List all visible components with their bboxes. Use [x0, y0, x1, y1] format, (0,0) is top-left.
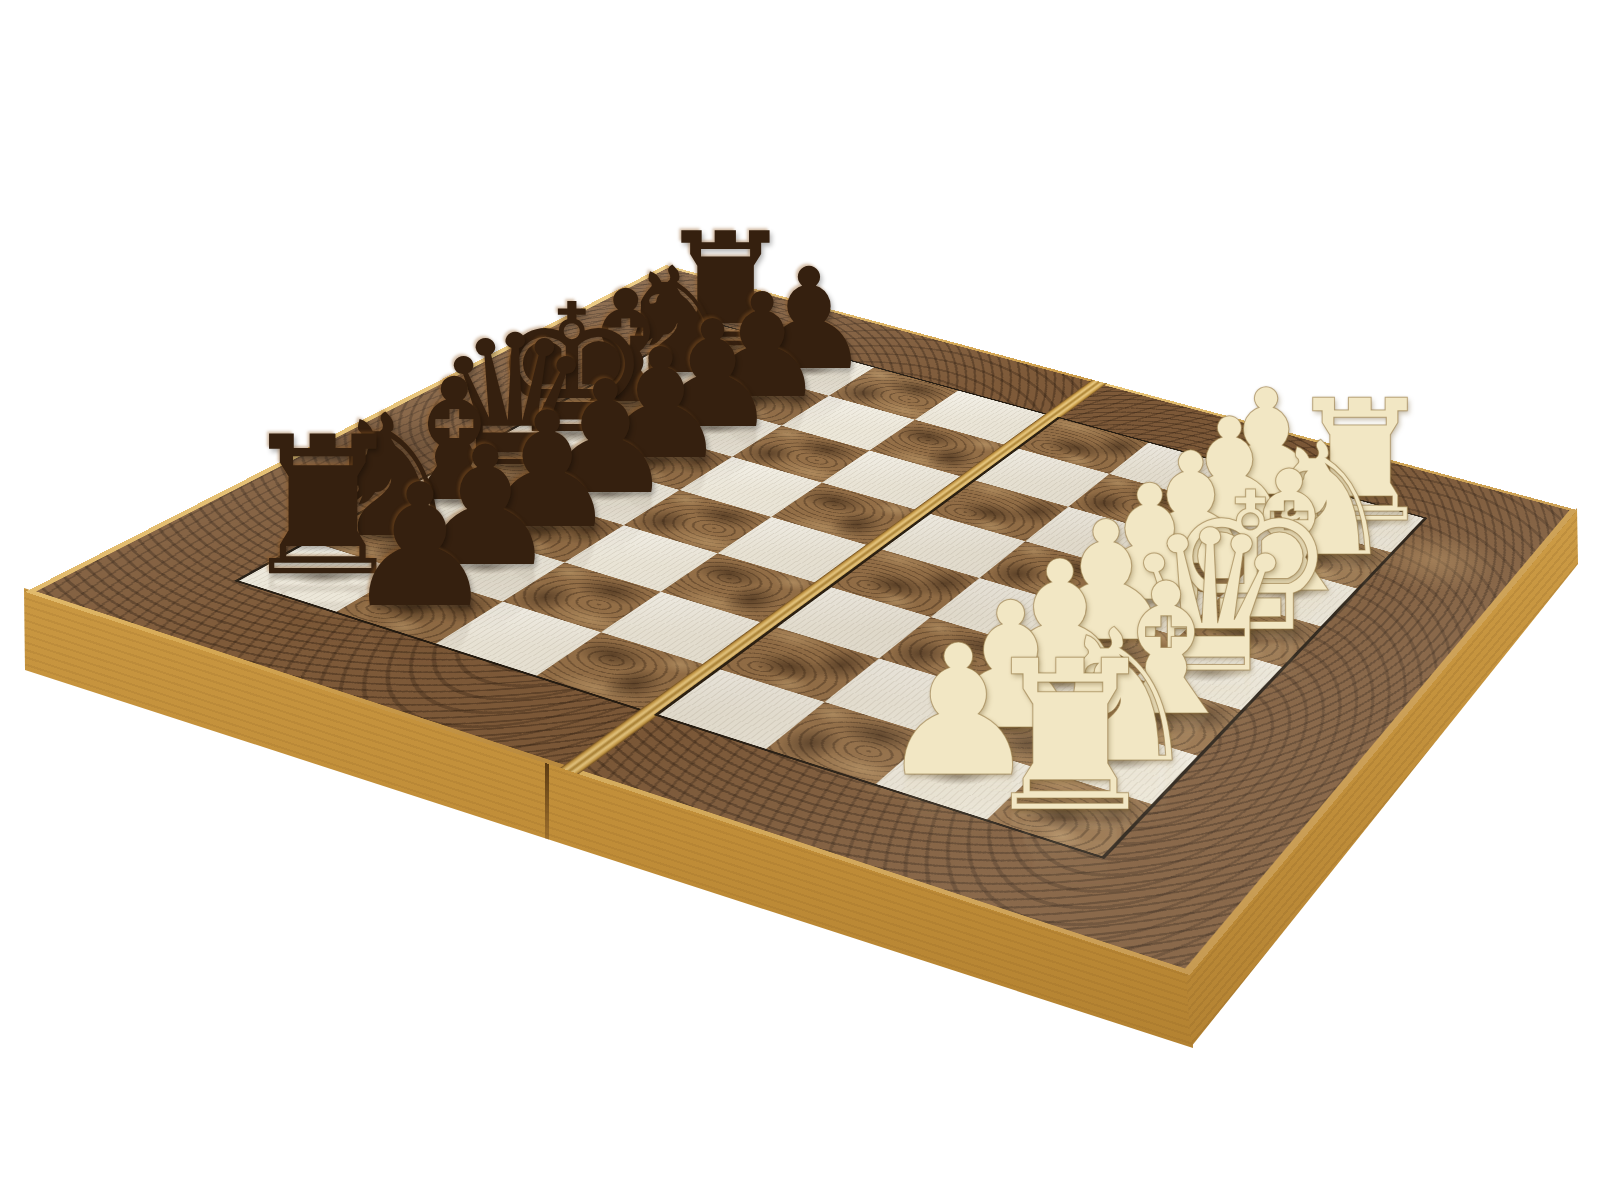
- product-photo-stage: Folding olive-burl chess set opened flat…: [0, 0, 1600, 1202]
- pieces-layer: ♜♜♞♞♝♝♛♛♚♚♝♝♞♞♜♜♟♟♟♟♟♟♟♟♟♟♟♟♟♟♟♟♟♟♟♟♟♟♟♟…: [0, 0, 1600, 1202]
- rook-glyph: ♜: [977, 633, 1163, 841]
- pawn-glyph: ♟: [344, 460, 496, 630]
